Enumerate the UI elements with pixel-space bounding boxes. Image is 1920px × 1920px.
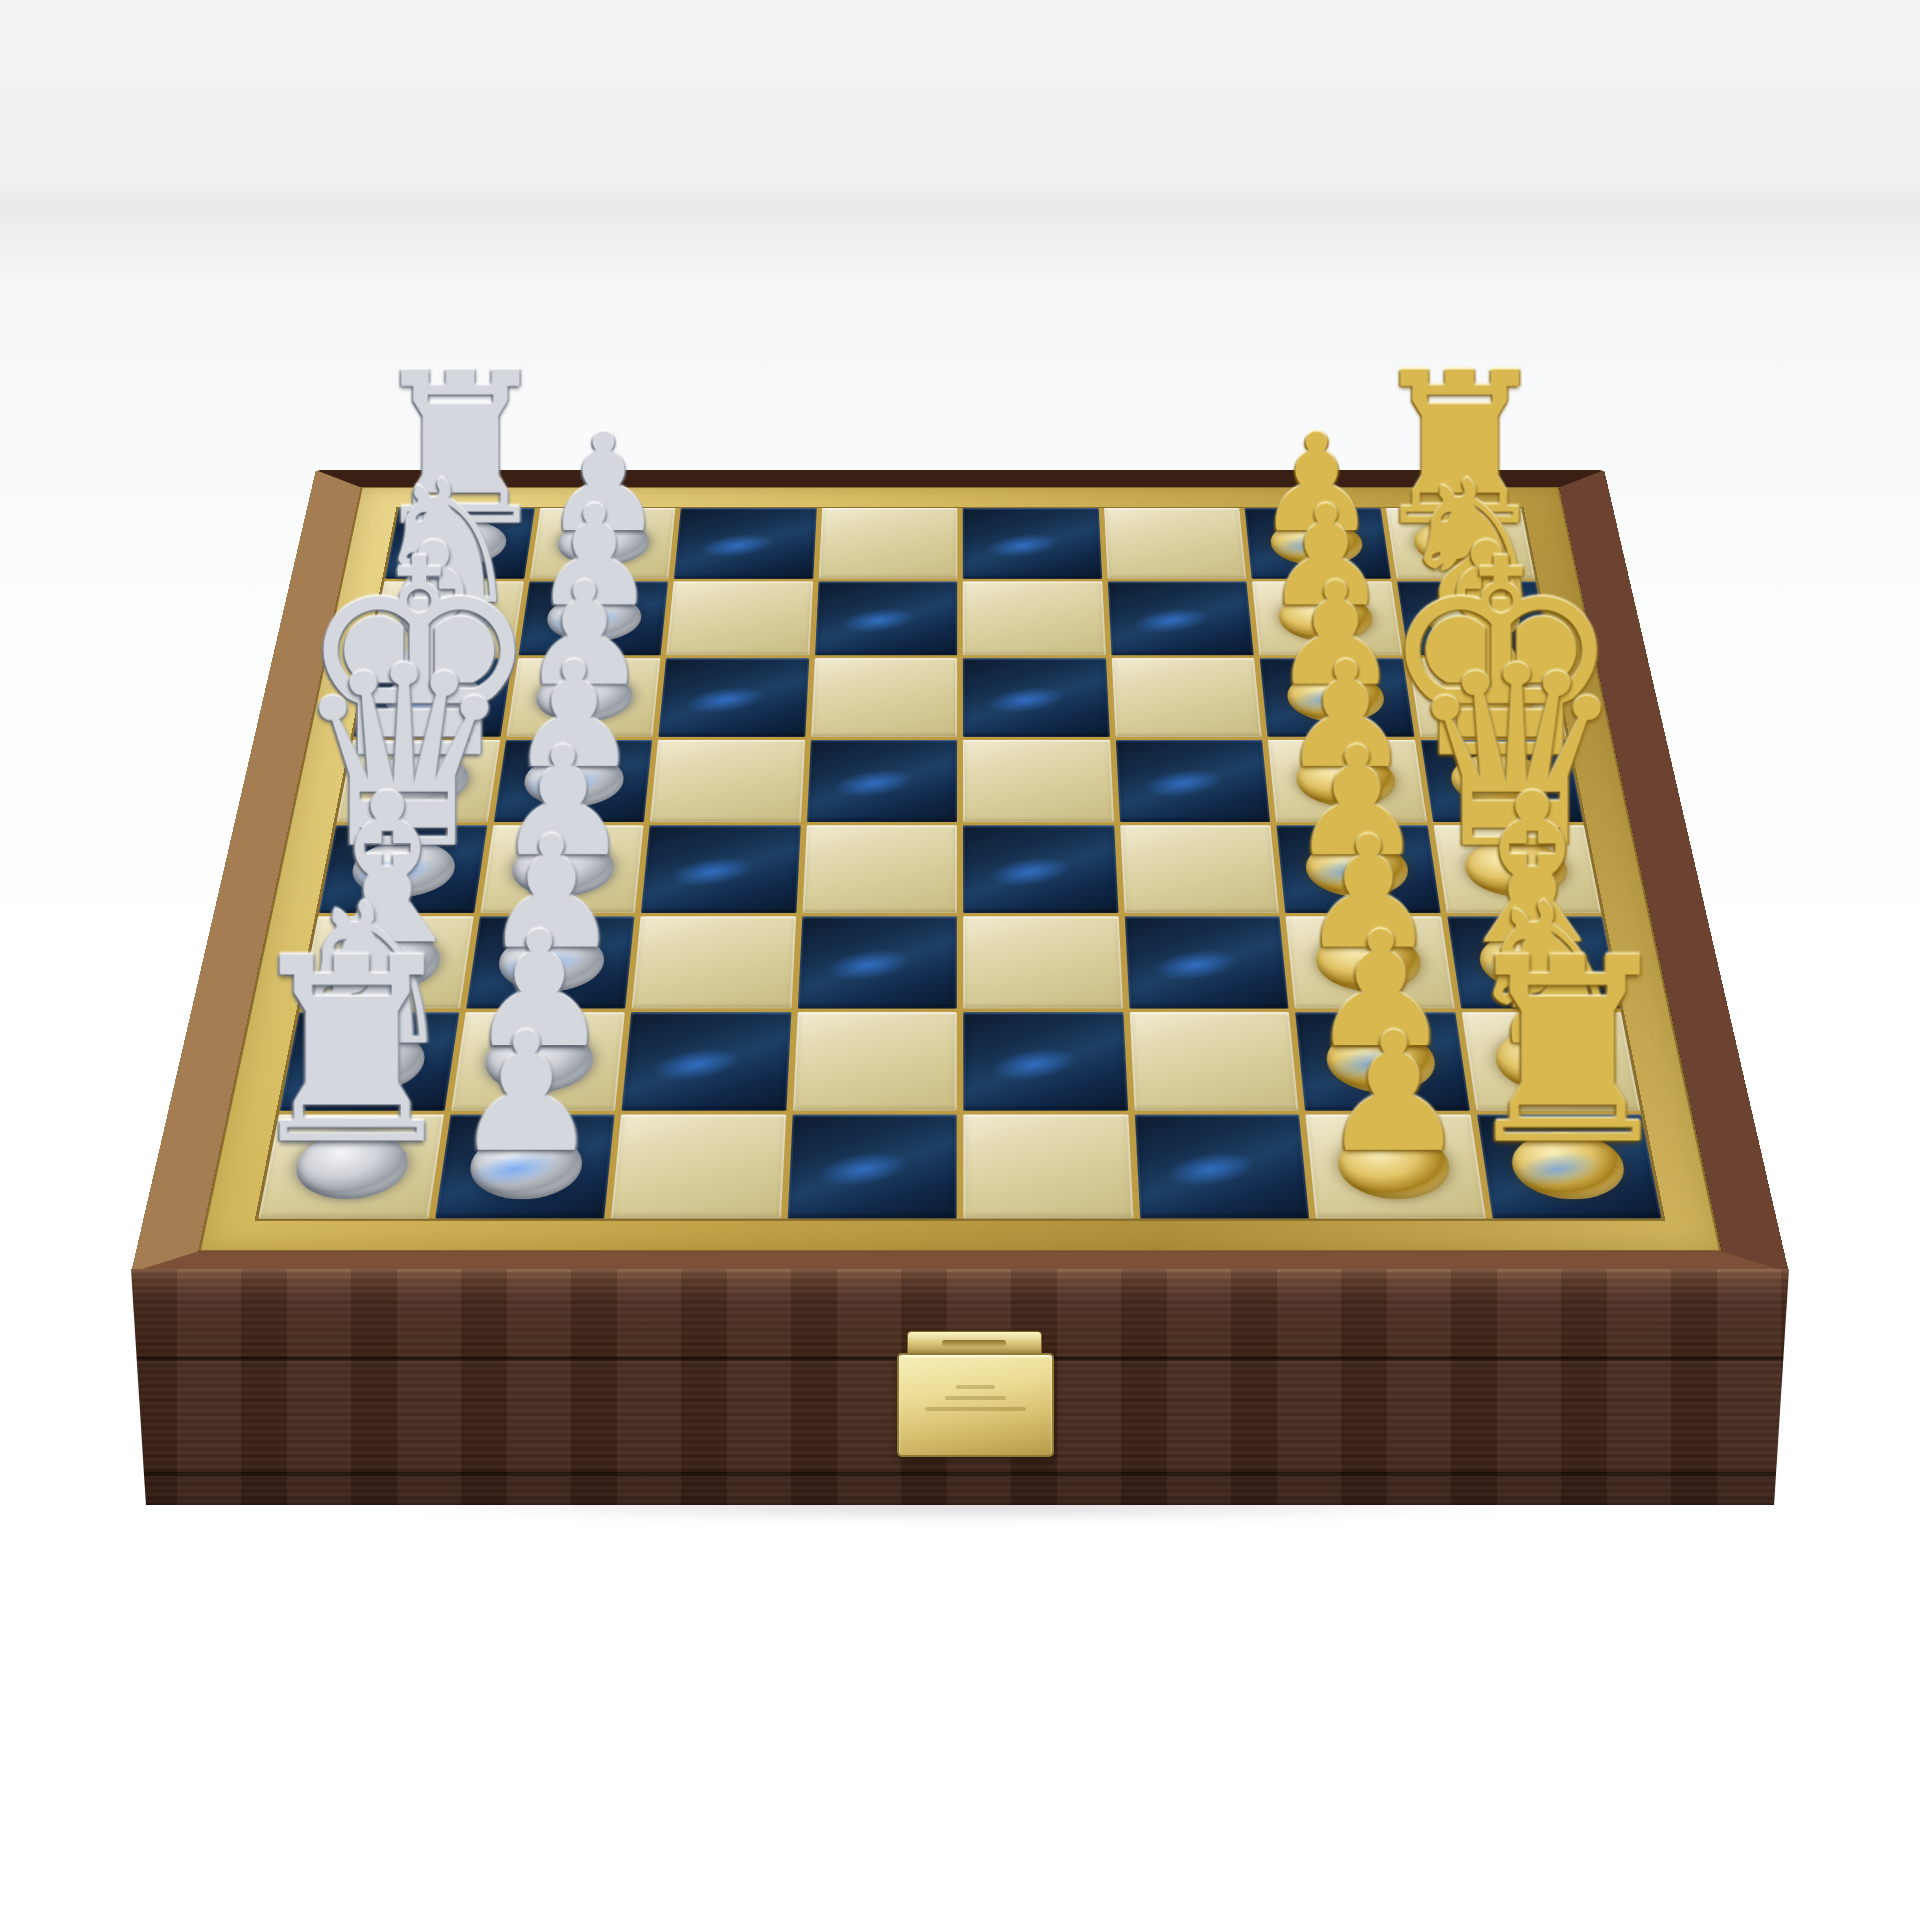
square[interactable]: [666, 581, 812, 655]
piece-gold-pawn[interactable]: ♟: [1264, 488, 1388, 626]
square[interactable]: [963, 1012, 1127, 1110]
square[interactable]: [963, 916, 1123, 1008]
clasp-engraving: [925, 1407, 1026, 1411]
square[interactable]: [815, 581, 958, 655]
square[interactable]: [963, 740, 1114, 823]
square[interactable]: ♜: [1476, 1114, 1661, 1218]
square[interactable]: ♜: [1386, 508, 1535, 578]
piece-gold-pawn[interactable]: ♟: [1256, 416, 1377, 551]
page-background: { "game": "chess", "scene": { "descripti…: [0, 0, 1920, 1920]
square[interactable]: [611, 1114, 786, 1218]
clasp-slot: [942, 1340, 1006, 1347]
piece-silver-pawn[interactable]: ♟: [452, 1011, 599, 1175]
square[interactable]: [1107, 581, 1253, 655]
square[interactable]: ♟: [518, 581, 668, 655]
piece-gold-pawn[interactable]: ♟: [1320, 1011, 1467, 1175]
clasp-plate: [897, 1353, 1054, 1457]
clasp-engraving: [945, 1396, 1006, 1400]
square[interactable]: [1111, 658, 1261, 736]
piece-silver-pawn[interactable]: ♟: [532, 488, 656, 626]
piece-gold-rook[interactable]: ♜: [1365, 346, 1553, 556]
piece-silver-rook[interactable]: ♜: [238, 926, 467, 1181]
square[interactable]: [658, 658, 808, 736]
square[interactable]: [1124, 916, 1288, 1008]
square[interactable]: [622, 1012, 791, 1110]
piece-base: [1277, 594, 1376, 642]
case-front-panel: [131, 1269, 1789, 1505]
piece-base: [544, 594, 643, 642]
square[interactable]: [1134, 1114, 1309, 1218]
square[interactable]: [963, 825, 1118, 912]
square[interactable]: [802, 825, 957, 912]
piece-gold-rook[interactable]: ♜: [1453, 926, 1682, 1181]
square[interactable]: [811, 658, 958, 736]
square[interactable]: [806, 740, 957, 823]
piece-base: [1269, 520, 1366, 565]
piece-gold-knight[interactable]: ♞: [1396, 458, 1549, 628]
square[interactable]: [674, 508, 816, 578]
square[interactable]: [650, 740, 805, 823]
piece-silver-knight[interactable]: ♞: [371, 458, 524, 628]
square[interactable]: [1104, 508, 1246, 578]
chessboard-case-top: ♜♟♟♜♞♟♟♞♝♟♟♝♚♟♟♚♛♟♟♛♝♟♟♝♞♟♟♞♜♟♟♜: [131, 470, 1789, 1272]
piece-silver-rook[interactable]: ♜: [367, 346, 555, 556]
brass-margin-frame: ♜♟♟♜♞♟♟♞♝♟♟♝♚♟♟♚♛♟♟♛♝♟♟♝♞♟♟♞♜♟♟♜: [198, 487, 1721, 1251]
square[interactable]: [1120, 825, 1279, 912]
square[interactable]: ♜: [385, 508, 534, 578]
board-grid: ♜♟♟♜♞♟♟♞♝♟♟♝♚♟♟♚♛♟♟♛♝♟♟♝♞♟♟♞♜♟♟♜: [255, 507, 1666, 1221]
square[interactable]: [797, 916, 957, 1008]
piece-base: [1410, 520, 1509, 565]
piece-gold-pawn[interactable]: ♟: [1272, 563, 1399, 705]
square[interactable]: [787, 1114, 957, 1218]
square[interactable]: [818, 508, 957, 578]
scene-3d-stage: ♜♟♟♜♞♟♟♞♝♟♟♝♚♟♟♚♛♟♟♛♝♟♟♝♞♟♟♞♜♟♟♜: [0, 0, 1920, 1920]
square[interactable]: [641, 825, 800, 912]
square[interactable]: ♟: [529, 508, 675, 578]
square[interactable]: ♟: [1245, 508, 1391, 578]
square[interactable]: [1129, 1012, 1298, 1110]
piece-silver-pawn[interactable]: ♟: [543, 416, 664, 551]
square[interactable]: ♟: [435, 1114, 615, 1218]
piece-base: [555, 520, 652, 565]
square[interactable]: ♜: [258, 1114, 443, 1218]
brass-clasp[interactable]: [897, 1331, 1050, 1453]
box-seam: [131, 1472, 1789, 1478]
square[interactable]: ♟: [1252, 581, 1402, 655]
piece-silver-pawn[interactable]: ♟: [520, 563, 647, 705]
square[interactable]: [963, 508, 1102, 578]
piece-base: [411, 520, 510, 565]
clasp-engraving: [956, 1385, 996, 1389]
square[interactable]: [632, 916, 796, 1008]
square[interactable]: [963, 581, 1106, 655]
square[interactable]: [792, 1012, 956, 1110]
square[interactable]: [1115, 740, 1270, 823]
square[interactable]: [963, 658, 1110, 736]
square[interactable]: [963, 1114, 1133, 1218]
